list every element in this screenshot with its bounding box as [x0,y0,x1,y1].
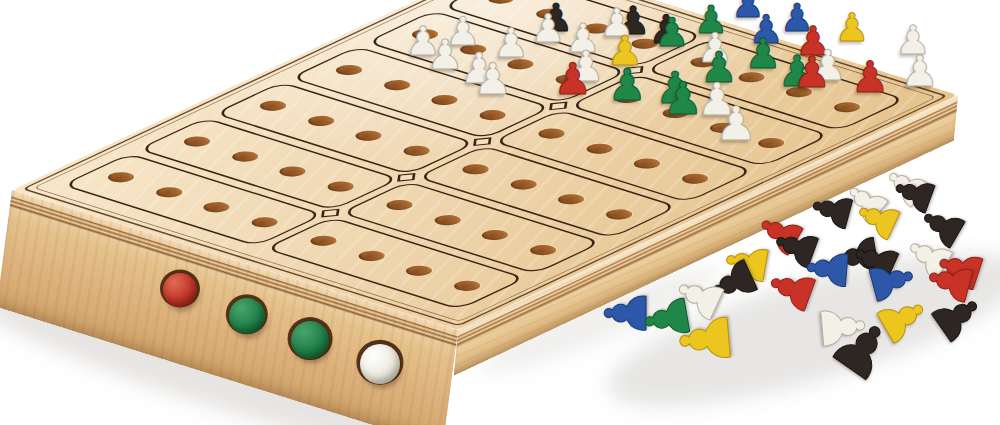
peg-white[interactable]: ♟ [426,37,463,74]
peg-green[interactable]: ♟ [654,15,689,51]
pegs-layer: ♟♟♟♟♟♟♟♟♟♟♟♟♟♟♟♟♟♟♟♟♟♟♟♟♟♟♟♟♟♟♟♟♟♟♟♟♟♟♟♟… [0,0,1000,425]
peg-red[interactable]: ♟ [793,53,831,92]
peg-green[interactable]: ♟ [607,65,646,104]
peg-green[interactable]: ♟ [745,36,782,73]
peg-white[interactable]: ♟ [530,11,565,46]
peg-yellow[interactable]: ♟ [673,306,738,371]
peg-red[interactable]: ♟ [554,60,593,99]
peg-white[interactable]: ♟ [474,60,513,99]
wooden-mastermind-photo: ♟♟♟♟♟♟♟♟♟♟♟♟♟♟♟♟♟♟♟♟♟♟♟♟♟♟♟♟♟♟♟♟♟♟♟♟♟♟♟♟… [0,0,1000,425]
peg-red[interactable]: ♟ [851,58,890,97]
peg-white[interactable]: ♟ [715,103,757,145]
peg-white[interactable]: ♟ [901,52,939,90]
